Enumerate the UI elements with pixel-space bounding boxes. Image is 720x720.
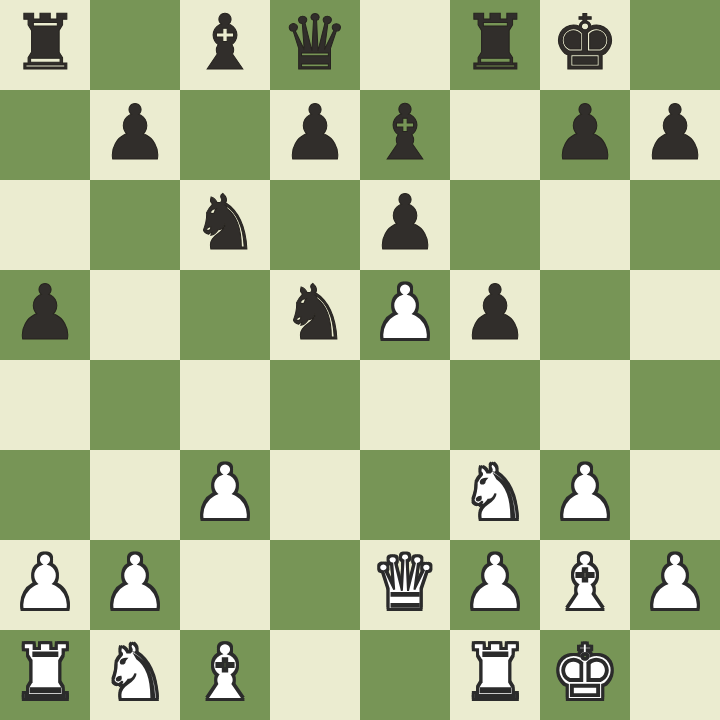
square-e2[interactable]: ♛ [360,540,450,630]
square-a7[interactable] [0,90,90,180]
square-e5[interactable]: ♟ [360,270,450,360]
white-pawn[interactable]: ♟ [371,268,439,358]
black-pawn[interactable]: ♟ [101,88,169,178]
black-pawn[interactable]: ♟ [11,268,79,358]
white-pawn[interactable]: ♟ [461,538,529,628]
square-f1[interactable]: ♜ [450,630,540,720]
square-h4[interactable] [630,360,720,450]
square-d8[interactable]: ♛ [270,0,360,90]
square-f4[interactable] [450,360,540,450]
square-h2[interactable]: ♟ [630,540,720,630]
square-c3[interactable]: ♟ [180,450,270,540]
square-b8[interactable] [90,0,180,90]
square-g1[interactable]: ♚ [540,630,630,720]
square-g2[interactable]: ♝ [540,540,630,630]
square-h1[interactable] [630,630,720,720]
black-knight[interactable]: ♞ [281,268,349,358]
square-c8[interactable]: ♝ [180,0,270,90]
black-knight[interactable]: ♞ [191,178,259,268]
white-queen[interactable]: ♛ [371,538,439,628]
square-a6[interactable] [0,180,90,270]
square-h8[interactable] [630,0,720,90]
square-g6[interactable] [540,180,630,270]
square-g7[interactable]: ♟ [540,90,630,180]
square-g5[interactable] [540,270,630,360]
square-d1[interactable] [270,630,360,720]
white-pawn[interactable]: ♟ [11,538,79,628]
black-rook[interactable]: ♜ [461,0,529,88]
square-b3[interactable] [90,450,180,540]
square-b7[interactable]: ♟ [90,90,180,180]
square-d5[interactable]: ♞ [270,270,360,360]
square-h6[interactable] [630,180,720,270]
white-knight[interactable]: ♞ [101,628,169,718]
square-d3[interactable] [270,450,360,540]
square-a5[interactable]: ♟ [0,270,90,360]
square-d7[interactable]: ♟ [270,90,360,180]
square-f7[interactable] [450,90,540,180]
square-c5[interactable] [180,270,270,360]
square-b6[interactable] [90,180,180,270]
square-e8[interactable] [360,0,450,90]
square-c7[interactable] [180,90,270,180]
square-f5[interactable]: ♟ [450,270,540,360]
square-g3[interactable]: ♟ [540,450,630,540]
black-pawn[interactable]: ♟ [641,88,709,178]
black-bishop[interactable]: ♝ [191,0,259,88]
square-f6[interactable] [450,180,540,270]
square-e6[interactable]: ♟ [360,180,450,270]
square-b5[interactable] [90,270,180,360]
square-a4[interactable] [0,360,90,450]
white-bishop[interactable]: ♝ [191,628,259,718]
black-rook[interactable]: ♜ [11,0,79,88]
square-h3[interactable] [630,450,720,540]
square-c1[interactable]: ♝ [180,630,270,720]
square-b4[interactable] [90,360,180,450]
white-king[interactable]: ♚ [551,628,619,718]
square-e7[interactable]: ♝ [360,90,450,180]
black-bishop[interactable]: ♝ [371,88,439,178]
white-pawn[interactable]: ♟ [551,448,619,538]
square-b2[interactable]: ♟ [90,540,180,630]
square-f3[interactable]: ♞ [450,450,540,540]
square-a8[interactable]: ♜ [0,0,90,90]
black-king[interactable]: ♚ [551,0,619,88]
black-pawn[interactable]: ♟ [461,268,529,358]
square-g4[interactable] [540,360,630,450]
square-e3[interactable] [360,450,450,540]
square-f2[interactable]: ♟ [450,540,540,630]
square-h5[interactable] [630,270,720,360]
square-d4[interactable] [270,360,360,450]
square-b1[interactable]: ♞ [90,630,180,720]
square-e1[interactable] [360,630,450,720]
black-pawn[interactable]: ♟ [551,88,619,178]
square-d2[interactable] [270,540,360,630]
square-c2[interactable] [180,540,270,630]
white-rook[interactable]: ♜ [461,628,529,718]
black-pawn[interactable]: ♟ [371,178,439,268]
black-queen[interactable]: ♛ [281,0,349,88]
white-rook[interactable]: ♜ [11,628,79,718]
chess-board: ♜♝♛♜♚♟♟♝♟♟♞♟♟♞♟♟♟♞♟♟♟♛♟♝♟♜♞♝♜♚ [0,0,720,720]
white-pawn[interactable]: ♟ [641,538,709,628]
square-h7[interactable]: ♟ [630,90,720,180]
square-c6[interactable]: ♞ [180,180,270,270]
square-c4[interactable] [180,360,270,450]
white-bishop[interactable]: ♝ [551,538,619,628]
square-g8[interactable]: ♚ [540,0,630,90]
white-pawn[interactable]: ♟ [101,538,169,628]
square-a2[interactable]: ♟ [0,540,90,630]
square-a1[interactable]: ♜ [0,630,90,720]
white-pawn[interactable]: ♟ [191,448,259,538]
square-a3[interactable] [0,450,90,540]
black-pawn[interactable]: ♟ [281,88,349,178]
square-d6[interactable] [270,180,360,270]
square-f8[interactable]: ♜ [450,0,540,90]
white-knight[interactable]: ♞ [461,448,529,538]
square-e4[interactable] [360,360,450,450]
